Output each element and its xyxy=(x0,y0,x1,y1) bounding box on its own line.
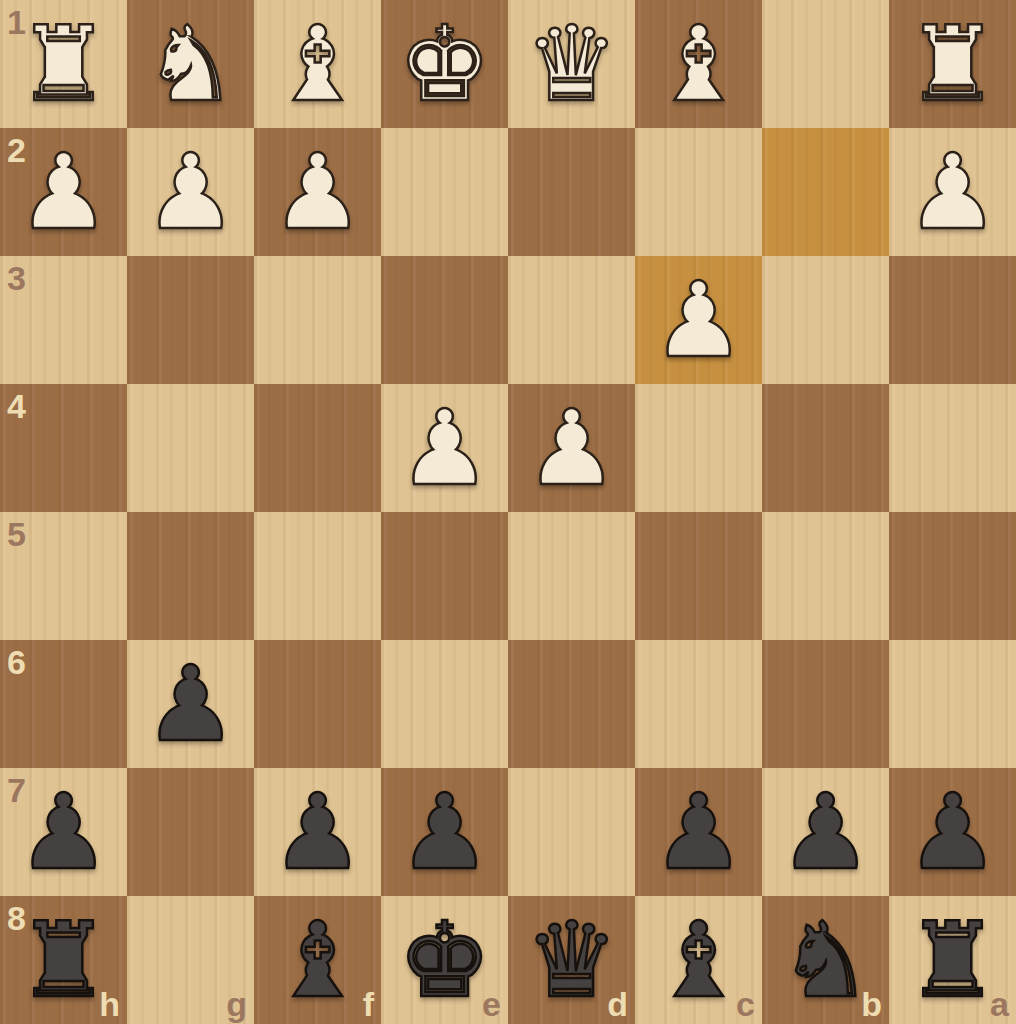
square-a6[interactable] xyxy=(889,640,1016,768)
square-d7[interactable] xyxy=(508,768,635,896)
square-f2[interactable]: ♟ xyxy=(254,128,381,256)
square-d1[interactable]: ♛ xyxy=(508,0,635,128)
square-g7[interactable] xyxy=(127,768,254,896)
square-d8[interactable]: d♛ xyxy=(508,896,635,1024)
square-d5[interactable] xyxy=(508,512,635,640)
rank-label-5: 5 xyxy=(7,517,26,551)
square-g5[interactable] xyxy=(127,512,254,640)
white-rook-a1[interactable]: ♜ xyxy=(906,12,999,116)
white-pawn-h2[interactable]: ♟ xyxy=(17,140,110,244)
square-c4[interactable] xyxy=(635,384,762,512)
square-e3[interactable] xyxy=(381,256,508,384)
square-h3[interactable]: 3 xyxy=(0,256,127,384)
black-bishop-f8[interactable]: ♝ xyxy=(271,908,364,1012)
square-d3[interactable] xyxy=(508,256,635,384)
square-h1[interactable]: 1♜ xyxy=(0,0,127,128)
black-rook-a8[interactable]: ♜ xyxy=(906,908,999,1012)
square-e6[interactable] xyxy=(381,640,508,768)
square-d6[interactable] xyxy=(508,640,635,768)
white-bishop-f1[interactable]: ♝ xyxy=(271,12,364,116)
black-pawn-g6[interactable]: ♟ xyxy=(144,652,237,756)
square-h7[interactable]: 7♟ xyxy=(0,768,127,896)
white-king-e1[interactable]: ♚ xyxy=(398,12,491,116)
square-h2[interactable]: 2♟ xyxy=(0,128,127,256)
square-c6[interactable] xyxy=(635,640,762,768)
square-h8[interactable]: 8h♜ xyxy=(0,896,127,1024)
square-h6[interactable]: 6 xyxy=(0,640,127,768)
white-pawn-c3[interactable]: ♟ xyxy=(652,268,745,372)
square-a8[interactable]: a♜ xyxy=(889,896,1016,1024)
black-knight-b8[interactable]: ♞ xyxy=(779,908,872,1012)
black-king-e8[interactable]: ♚ xyxy=(398,908,491,1012)
black-queen-d8[interactable]: ♛ xyxy=(525,908,618,1012)
chess-board: 1♜♞♝♚♛♝♜2♟♟♟♟3♟4♟♟56♟7♟♟♟♟♟♟8h♜gf♝e♚d♛c♝… xyxy=(0,0,1016,1024)
white-pawn-d4[interactable]: ♟ xyxy=(525,396,618,500)
black-pawn-b7[interactable]: ♟ xyxy=(779,780,872,884)
square-c2[interactable] xyxy=(635,128,762,256)
square-h4[interactable]: 4 xyxy=(0,384,127,512)
white-pawn-a2[interactable]: ♟ xyxy=(906,140,999,244)
square-c5[interactable] xyxy=(635,512,762,640)
white-pawn-g2[interactable]: ♟ xyxy=(144,140,237,244)
square-b5[interactable] xyxy=(762,512,889,640)
square-b1[interactable] xyxy=(762,0,889,128)
rank-label-4: 4 xyxy=(7,389,26,423)
white-queen-d1[interactable]: ♛ xyxy=(525,12,618,116)
square-b7[interactable]: ♟ xyxy=(762,768,889,896)
black-pawn-e7[interactable]: ♟ xyxy=(398,780,491,884)
square-h5[interactable]: 5 xyxy=(0,512,127,640)
square-b4[interactable] xyxy=(762,384,889,512)
square-f4[interactable] xyxy=(254,384,381,512)
black-pawn-a7[interactable]: ♟ xyxy=(906,780,999,884)
square-e1[interactable]: ♚ xyxy=(381,0,508,128)
white-bishop-c1[interactable]: ♝ xyxy=(652,12,745,116)
white-pawn-f2[interactable]: ♟ xyxy=(271,140,364,244)
square-b2[interactable] xyxy=(762,128,889,256)
square-a2[interactable]: ♟ xyxy=(889,128,1016,256)
square-f8[interactable]: f♝ xyxy=(254,896,381,1024)
square-f6[interactable] xyxy=(254,640,381,768)
black-pawn-c7[interactable]: ♟ xyxy=(652,780,745,884)
square-e5[interactable] xyxy=(381,512,508,640)
square-b6[interactable] xyxy=(762,640,889,768)
square-e7[interactable]: ♟ xyxy=(381,768,508,896)
square-c8[interactable]: c♝ xyxy=(635,896,762,1024)
square-g3[interactable] xyxy=(127,256,254,384)
white-rook-h1[interactable]: ♜ xyxy=(17,12,110,116)
square-a4[interactable] xyxy=(889,384,1016,512)
black-bishop-c8[interactable]: ♝ xyxy=(652,908,745,1012)
square-g2[interactable]: ♟ xyxy=(127,128,254,256)
square-c1[interactable]: ♝ xyxy=(635,0,762,128)
square-g1[interactable]: ♞ xyxy=(127,0,254,128)
white-knight-g1[interactable]: ♞ xyxy=(144,12,237,116)
square-g4[interactable] xyxy=(127,384,254,512)
black-rook-h8[interactable]: ♜ xyxy=(17,908,110,1012)
square-d2[interactable] xyxy=(508,128,635,256)
square-a3[interactable] xyxy=(889,256,1016,384)
square-a5[interactable] xyxy=(889,512,1016,640)
black-pawn-h7[interactable]: ♟ xyxy=(17,780,110,884)
square-d4[interactable]: ♟ xyxy=(508,384,635,512)
square-a1[interactable]: ♜ xyxy=(889,0,1016,128)
rank-label-3: 3 xyxy=(7,261,26,295)
file-label-g: g xyxy=(226,987,247,1021)
square-e4[interactable]: ♟ xyxy=(381,384,508,512)
square-c7[interactable]: ♟ xyxy=(635,768,762,896)
square-c3[interactable]: ♟ xyxy=(635,256,762,384)
square-b3[interactable] xyxy=(762,256,889,384)
file-label-f: f xyxy=(363,987,374,1021)
rank-label-6: 6 xyxy=(7,645,26,679)
square-a7[interactable]: ♟ xyxy=(889,768,1016,896)
square-f5[interactable] xyxy=(254,512,381,640)
black-pawn-f7[interactable]: ♟ xyxy=(271,780,364,884)
square-e8[interactable]: e♚ xyxy=(381,896,508,1024)
square-b8[interactable]: b♞ xyxy=(762,896,889,1024)
square-g8[interactable]: g xyxy=(127,896,254,1024)
square-f3[interactable] xyxy=(254,256,381,384)
square-e2[interactable] xyxy=(381,128,508,256)
white-pawn-e4[interactable]: ♟ xyxy=(398,396,491,500)
square-f1[interactable]: ♝ xyxy=(254,0,381,128)
square-f7[interactable]: ♟ xyxy=(254,768,381,896)
square-g6[interactable]: ♟ xyxy=(127,640,254,768)
